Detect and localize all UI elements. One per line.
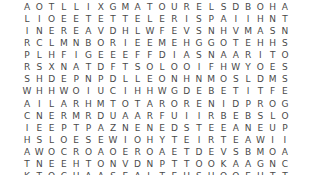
grid-cell[interactable]: E: [156, 14, 168, 26]
grid-cell[interactable]: O: [168, 62, 180, 74]
grid-cell[interactable]: I: [267, 134, 279, 146]
grid-cell[interactable]: I: [279, 134, 291, 146]
grid-cell-partial[interactable]: T: [156, 170, 168, 175]
grid-cell[interactable]: P: [156, 158, 168, 170]
grid-cell[interactable]: A: [230, 122, 242, 134]
grid-cell[interactable]: H: [70, 158, 82, 170]
grid-cell[interactable]: S: [21, 74, 33, 86]
grid-cell-partial[interactable]: E: [168, 170, 180, 175]
grid-cell[interactable]: I: [70, 50, 82, 62]
grid-cell[interactable]: N: [205, 26, 217, 38]
grid-cell[interactable]: M: [254, 146, 266, 158]
grid-cell[interactable]: O: [95, 158, 107, 170]
grid-cell[interactable]: M: [58, 38, 70, 50]
grid-cell[interactable]: R: [70, 146, 82, 158]
grid-cell[interactable]: O: [156, 2, 168, 14]
grid-cell[interactable]: A: [95, 122, 107, 134]
grid-cell[interactable]: S: [82, 134, 94, 146]
grid-cell[interactable]: R: [181, 98, 193, 110]
grid-cell[interactable]: F: [144, 50, 156, 62]
grid-cell[interactable]: O: [267, 98, 279, 110]
grid-cell[interactable]: B: [205, 86, 217, 98]
grid-cell[interactable]: T: [230, 86, 242, 98]
grid-cell[interactable]: Y: [242, 62, 254, 74]
grid-cell[interactable]: N: [205, 50, 217, 62]
grid-cell[interactable]: H: [21, 134, 33, 146]
grid-cell[interactable]: N: [242, 122, 254, 134]
grid-cell[interactable]: A: [21, 98, 33, 110]
grid-cell[interactable]: I: [230, 14, 242, 26]
grid-cell[interactable]: D: [230, 2, 242, 14]
grid-cell[interactable]: B: [82, 38, 94, 50]
grid-cell[interactable]: E: [254, 122, 266, 134]
grid-cell[interactable]: O: [217, 74, 229, 86]
grid-cell[interactable]: O: [217, 38, 229, 50]
grid-cell[interactable]: H: [254, 14, 266, 26]
grid-cell[interactable]: S: [279, 62, 291, 74]
grid-cell[interactable]: E: [205, 146, 217, 158]
grid-cell[interactable]: S: [230, 146, 242, 158]
grid-cell[interactable]: L: [267, 110, 279, 122]
grid-cell[interactable]: I: [33, 98, 45, 110]
grid-cell[interactable]: A: [230, 50, 242, 62]
grid-cell[interactable]: R: [168, 14, 180, 26]
grid-cell[interactable]: L: [45, 134, 57, 146]
grid-cell-partial[interactable]: T: [279, 170, 291, 175]
grid-cell[interactable]: V: [230, 26, 242, 38]
grid-cell[interactable]: O: [181, 62, 193, 74]
grid-cell[interactable]: H: [33, 74, 45, 86]
grid-cell[interactable]: E: [267, 62, 279, 74]
grid-cell[interactable]: N: [279, 26, 291, 38]
grid-cell-partial[interactable]: A: [95, 170, 107, 175]
grid-cell[interactable]: R: [144, 110, 156, 122]
grid-cell[interactable]: H: [267, 2, 279, 14]
grid-cell[interactable]: W: [33, 146, 45, 158]
grid-cell[interactable]: E: [131, 122, 143, 134]
grid-cell[interactable]: D: [193, 146, 205, 158]
grid-cell[interactable]: T: [181, 146, 193, 158]
grid-cell[interactable]: C: [21, 110, 33, 122]
grid-cell[interactable]: B: [242, 110, 254, 122]
grid-cell[interactable]: O: [107, 146, 119, 158]
grid-cell[interactable]: O: [279, 50, 291, 62]
grid-cell[interactable]: S: [230, 74, 242, 86]
grid-cell[interactable]: M: [119, 2, 131, 14]
grid-cell[interactable]: G: [107, 2, 119, 14]
grid-cell[interactable]: E: [119, 146, 131, 158]
grid-cell[interactable]: P: [205, 14, 217, 26]
grid-cell[interactable]: R: [58, 110, 70, 122]
grid-cell[interactable]: A: [119, 110, 131, 122]
grid-cell[interactable]: E: [168, 38, 180, 50]
grid-cell[interactable]: L: [33, 50, 45, 62]
grid-cell[interactable]: E: [193, 86, 205, 98]
grid-cell[interactable]: U: [95, 86, 107, 98]
grid-cell[interactable]: O: [58, 134, 70, 146]
grid-cell[interactable]: S: [33, 134, 45, 146]
grid-cell[interactable]: M: [95, 98, 107, 110]
grid-cell[interactable]: R: [181, 2, 193, 14]
grid-cell[interactable]: H: [267, 38, 279, 50]
grid-cell[interactable]: T: [254, 86, 266, 98]
grid-cell[interactable]: H: [82, 98, 94, 110]
grid-cell[interactable]: F: [156, 110, 168, 122]
grid-cell[interactable]: N: [33, 158, 45, 170]
grid-cell[interactable]: R: [156, 98, 168, 110]
grid-cell[interactable]: R: [58, 26, 70, 38]
grid-cell-partial[interactable]: E: [242, 170, 254, 175]
grid-cell[interactable]: E: [181, 134, 193, 146]
grid-cell[interactable]: I: [82, 2, 94, 14]
grid-cell[interactable]: E: [70, 134, 82, 146]
grid-cell[interactable]: E: [95, 14, 107, 26]
grid-cell[interactable]: Z: [107, 122, 119, 134]
grid-cell[interactable]: G: [205, 38, 217, 50]
grid-cell[interactable]: V: [181, 26, 193, 38]
grid-cell[interactable]: O: [168, 98, 180, 110]
grid-cell[interactable]: T: [107, 98, 119, 110]
grid-cell[interactable]: L: [156, 62, 168, 74]
grid-cell[interactable]: I: [193, 110, 205, 122]
grid-cell[interactable]: I: [119, 86, 131, 98]
grid-cell[interactable]: O: [131, 134, 143, 146]
grid-cell[interactable]: F: [267, 86, 279, 98]
grid-cell[interactable]: T: [21, 158, 33, 170]
grid-cell[interactable]: A: [70, 62, 82, 74]
grid-cell[interactable]: N: [267, 158, 279, 170]
grid-cell[interactable]: L: [144, 14, 156, 26]
grid-cell[interactable]: T: [168, 158, 180, 170]
grid-cell-partial[interactable]: O: [45, 170, 57, 175]
grid-cell[interactable]: L: [205, 2, 217, 14]
grid-cell[interactable]: V: [119, 158, 131, 170]
grid-cell[interactable]: E: [45, 110, 57, 122]
grid-cell[interactable]: S: [131, 62, 143, 74]
grid-cell-partial[interactable]: C: [58, 170, 70, 175]
grid-cell[interactable]: H: [254, 38, 266, 50]
grid-cell-partial[interactable]: O: [217, 170, 229, 175]
grid-cell[interactable]: I: [21, 122, 33, 134]
grid-cell[interactable]: A: [21, 146, 33, 158]
grid-cell[interactable]: F: [205, 62, 217, 74]
grid-cell[interactable]: R: [242, 50, 254, 62]
grid-cell[interactable]: U: [267, 122, 279, 134]
grid-cell[interactable]: O: [45, 146, 57, 158]
grid-cell[interactable]: Y: [156, 134, 168, 146]
grid-cell[interactable]: E: [242, 38, 254, 50]
grid-cell[interactable]: R: [21, 38, 33, 50]
grid-cell[interactable]: T: [230, 38, 242, 50]
grid-cell[interactable]: D: [254, 74, 266, 86]
grid-cell[interactable]: I: [82, 86, 94, 98]
grid-cell[interactable]: A: [58, 98, 70, 110]
grid-cell[interactable]: E: [217, 122, 229, 134]
grid-cell[interactable]: A: [95, 146, 107, 158]
grid-cell[interactable]: D: [95, 110, 107, 122]
grid-cell[interactable]: O: [267, 146, 279, 158]
grid-cell[interactable]: S: [254, 110, 266, 122]
grid-cell[interactable]: S: [193, 14, 205, 26]
grid-cell[interactable]: E: [131, 38, 143, 50]
grid-cell-partial[interactable]: T: [33, 170, 45, 175]
grid-cell[interactable]: I: [254, 50, 266, 62]
grid-cell[interactable]: T: [107, 14, 119, 26]
grid-cell[interactable]: E: [279, 86, 291, 98]
grid-cell[interactable]: E: [45, 26, 57, 38]
grid-cell[interactable]: I: [242, 86, 254, 98]
grid-cell[interactable]: F: [107, 62, 119, 74]
grid-cell[interactable]: E: [144, 38, 156, 50]
grid-cell[interactable]: T: [82, 14, 94, 26]
grid-cell[interactable]: T: [267, 50, 279, 62]
grid-cell[interactable]: R: [131, 146, 143, 158]
grid-cell[interactable]: A: [279, 2, 291, 14]
grid-cell[interactable]: U: [168, 110, 180, 122]
grid-cell[interactable]: B: [242, 146, 254, 158]
grid-cell[interactable]: A: [279, 146, 291, 158]
grid-cell[interactable]: S: [279, 74, 291, 86]
grid-cell[interactable]: T: [119, 14, 131, 26]
grid-cell[interactable]: D: [107, 26, 119, 38]
grid-cell[interactable]: D: [107, 74, 119, 86]
grid-cell-partial[interactable]: E: [119, 170, 131, 175]
grid-cell[interactable]: A: [217, 50, 229, 62]
grid-cell[interactable]: G: [254, 158, 266, 170]
grid-cell[interactable]: E: [131, 14, 143, 26]
grid-cell[interactable]: B: [242, 2, 254, 14]
grid-cell[interactable]: P: [95, 74, 107, 86]
grid-cell[interactable]: A: [242, 134, 254, 146]
grid-cell[interactable]: K: [217, 158, 229, 170]
grid-cell[interactable]: M: [156, 38, 168, 50]
grid-cell[interactable]: F: [131, 50, 143, 62]
grid-cell[interactable]: L: [21, 14, 33, 26]
grid-cell[interactable]: U: [107, 110, 119, 122]
grid-cell[interactable]: D: [168, 122, 180, 134]
grid-cell[interactable]: E: [168, 26, 180, 38]
grid-cell[interactable]: D: [131, 158, 143, 170]
grid-cell[interactable]: E: [193, 2, 205, 14]
grid-cell[interactable]: E: [156, 122, 168, 134]
grid-cell[interactable]: I: [119, 38, 131, 50]
grid-cell[interactable]: E: [58, 74, 70, 86]
grid-cell[interactable]: I: [181, 110, 193, 122]
grid-cell[interactable]: D: [156, 50, 168, 62]
grid-cell[interactable]: R: [205, 134, 217, 146]
grid-cell[interactable]: I: [119, 134, 131, 146]
grid-cell[interactable]: P: [21, 50, 33, 62]
grid-cell[interactable]: A: [131, 2, 143, 14]
grid-cell[interactable]: A: [181, 50, 193, 62]
grid-cell[interactable]: E: [119, 50, 131, 62]
grid-cell[interactable]: W: [58, 86, 70, 98]
grid-cell[interactable]: O: [45, 14, 57, 26]
grid-cell[interactable]: N: [193, 74, 205, 86]
grid-cell[interactable]: A: [254, 26, 266, 38]
grid-cell[interactable]: B: [217, 110, 229, 122]
grid-cell[interactable]: A: [156, 146, 168, 158]
grid-cell[interactable]: L: [131, 26, 143, 38]
grid-cell[interactable]: L: [131, 74, 143, 86]
grid-cell[interactable]: W: [21, 86, 33, 98]
grid-cell[interactable]: I: [181, 14, 193, 26]
grid-cell[interactable]: D: [230, 98, 242, 110]
grid-cell[interactable]: P: [58, 122, 70, 134]
grid-cell[interactable]: E: [193, 98, 205, 110]
grid-cell[interactable]: D: [95, 62, 107, 74]
grid-cell-partial[interactable]: A: [131, 170, 143, 175]
grid-cell[interactable]: E: [230, 110, 242, 122]
grid-cell[interactable]: P: [82, 122, 94, 134]
grid-cell[interactable]: N: [33, 110, 45, 122]
grid-cell[interactable]: S: [33, 62, 45, 74]
grid-cell[interactable]: W: [254, 134, 266, 146]
grid-cell[interactable]: T: [144, 2, 156, 14]
grid-cell[interactable]: T: [131, 98, 143, 110]
grid-cell[interactable]: T: [279, 14, 291, 26]
grid-cell[interactable]: G: [168, 86, 180, 98]
grid-cell[interactable]: N: [107, 158, 119, 170]
grid-cell[interactable]: A: [21, 2, 33, 14]
grid-cell[interactable]: E: [33, 122, 45, 134]
grid-cell[interactable]: E: [144, 74, 156, 86]
grid-cell[interactable]: I: [21, 26, 33, 38]
grid-cell[interactable]: H: [144, 134, 156, 146]
grid-cell-partial[interactable]: K: [21, 170, 33, 175]
grid-cell[interactable]: A: [230, 158, 242, 170]
grid-cell[interactable]: W: [144, 26, 156, 38]
grid-cell[interactable]: R: [107, 38, 119, 50]
grid-cell[interactable]: N: [205, 98, 217, 110]
grid-cell[interactable]: I: [242, 14, 254, 26]
grid-cell[interactable]: T: [217, 134, 229, 146]
grid-cell[interactable]: N: [70, 38, 82, 50]
grid-cell[interactable]: O: [33, 2, 45, 14]
grid-cell[interactable]: S: [193, 50, 205, 62]
grid-cell[interactable]: T: [82, 158, 94, 170]
grid-cell[interactable]: N: [267, 14, 279, 26]
grid-cell[interactable]: W: [156, 86, 168, 98]
grid-cell[interactable]: X: [95, 2, 107, 14]
grid-cell[interactable]: E: [230, 134, 242, 146]
grid-cell-partial[interactable]: T: [267, 170, 279, 175]
grid-cell[interactable]: P: [70, 74, 82, 86]
grid-cell[interactable]: L: [58, 2, 70, 14]
grid-cell[interactable]: F: [58, 50, 70, 62]
grid-cell[interactable]: R: [205, 110, 217, 122]
grid-cell[interactable]: H: [144, 86, 156, 98]
grid-cell[interactable]: N: [144, 158, 156, 170]
grid-cell[interactable]: N: [144, 122, 156, 134]
grid-cell[interactable]: N: [168, 74, 180, 86]
grid-cell[interactable]: R: [82, 110, 94, 122]
grid-cell[interactable]: X: [45, 62, 57, 74]
grid-cell-partial[interactable]: S: [107, 170, 119, 175]
grid-cell[interactable]: E: [107, 50, 119, 62]
grid-cell[interactable]: O: [144, 62, 156, 74]
grid-cell[interactable]: A: [144, 98, 156, 110]
grid-cell[interactable]: A: [217, 14, 229, 26]
grid-cell[interactable]: C: [107, 86, 119, 98]
grid-cell[interactable]: V: [95, 26, 107, 38]
grid-cell[interactable]: R: [21, 62, 33, 74]
grid-cell[interactable]: V: [217, 146, 229, 158]
grid-cell-partial[interactable]: L: [144, 170, 156, 175]
grid-cell[interactable]: S: [279, 38, 291, 50]
grid-cell[interactable]: H: [33, 86, 45, 98]
grid-cell[interactable]: O: [156, 74, 168, 86]
grid-cell[interactable]: O: [254, 62, 266, 74]
grid-cell[interactable]: L: [119, 74, 131, 86]
grid-cell[interactable]: H: [181, 38, 193, 50]
grid-cell[interactable]: G: [82, 50, 94, 62]
grid-cell-partial[interactable]: H: [205, 170, 217, 175]
grid-cell[interactable]: H: [119, 26, 131, 38]
grid-cell[interactable]: A: [242, 158, 254, 170]
grid-cell[interactable]: E: [45, 122, 57, 134]
grid-cell[interactable]: E: [58, 158, 70, 170]
grid-cell[interactable]: E: [70, 14, 82, 26]
grid-cell[interactable]: N: [58, 62, 70, 74]
grid-cell[interactable]: R: [254, 98, 266, 110]
grid-cell[interactable]: T: [70, 122, 82, 134]
grid-cell[interactable]: C: [58, 146, 70, 158]
grid-cell-partial[interactable]: A: [82, 170, 94, 175]
grid-cell[interactable]: O: [254, 2, 266, 14]
grid-cell[interactable]: L: [45, 98, 57, 110]
grid-cell[interactable]: O: [279, 110, 291, 122]
grid-cell[interactable]: E: [168, 146, 180, 158]
grid-cell[interactable]: E: [205, 122, 217, 134]
grid-cell[interactable]: S: [181, 122, 193, 134]
grid-cell-partial[interactable]: O: [230, 170, 242, 175]
grid-cell[interactable]: H: [217, 62, 229, 74]
grid-cell[interactable]: H: [217, 26, 229, 38]
grid-cell[interactable]: D: [181, 86, 193, 98]
grid-cell[interactable]: C: [33, 38, 45, 50]
grid-cell[interactable]: P: [279, 122, 291, 134]
grid-cell[interactable]: L: [70, 2, 82, 14]
grid-cell[interactable]: M: [205, 74, 217, 86]
grid-cell[interactable]: O: [144, 146, 156, 158]
grid-cell[interactable]: E: [217, 86, 229, 98]
grid-cell[interactable]: A: [82, 26, 94, 38]
grid-cell[interactable]: M: [267, 74, 279, 86]
grid-cell[interactable]: O: [82, 146, 94, 158]
grid-cell[interactable]: U: [168, 2, 180, 14]
grid-cell[interactable]: E: [58, 14, 70, 26]
grid-cell[interactable]: C: [279, 158, 291, 170]
grid-cell[interactable]: H: [45, 86, 57, 98]
grid-cell[interactable]: G: [279, 98, 291, 110]
grid-cell[interactable]: O: [95, 38, 107, 50]
grid-cell[interactable]: O: [70, 86, 82, 98]
grid-cell[interactable]: I: [193, 134, 205, 146]
grid-cell[interactable]: N: [33, 26, 45, 38]
grid-cell[interactable]: O: [193, 158, 205, 170]
grid-cell-partial[interactable]: S: [193, 170, 205, 175]
grid-cell[interactable]: M: [70, 110, 82, 122]
grid-cell[interactable]: S: [193, 26, 205, 38]
grid-cell[interactable]: F: [156, 26, 168, 38]
grid-cell[interactable]: S: [267, 26, 279, 38]
grid-cell[interactable]: H: [45, 50, 57, 62]
grid-cell[interactable]: T: [181, 158, 193, 170]
grid-cell[interactable]: N: [119, 122, 131, 134]
grid-cell[interactable]: I: [33, 14, 45, 26]
grid-cell[interactable]: D: [45, 74, 57, 86]
